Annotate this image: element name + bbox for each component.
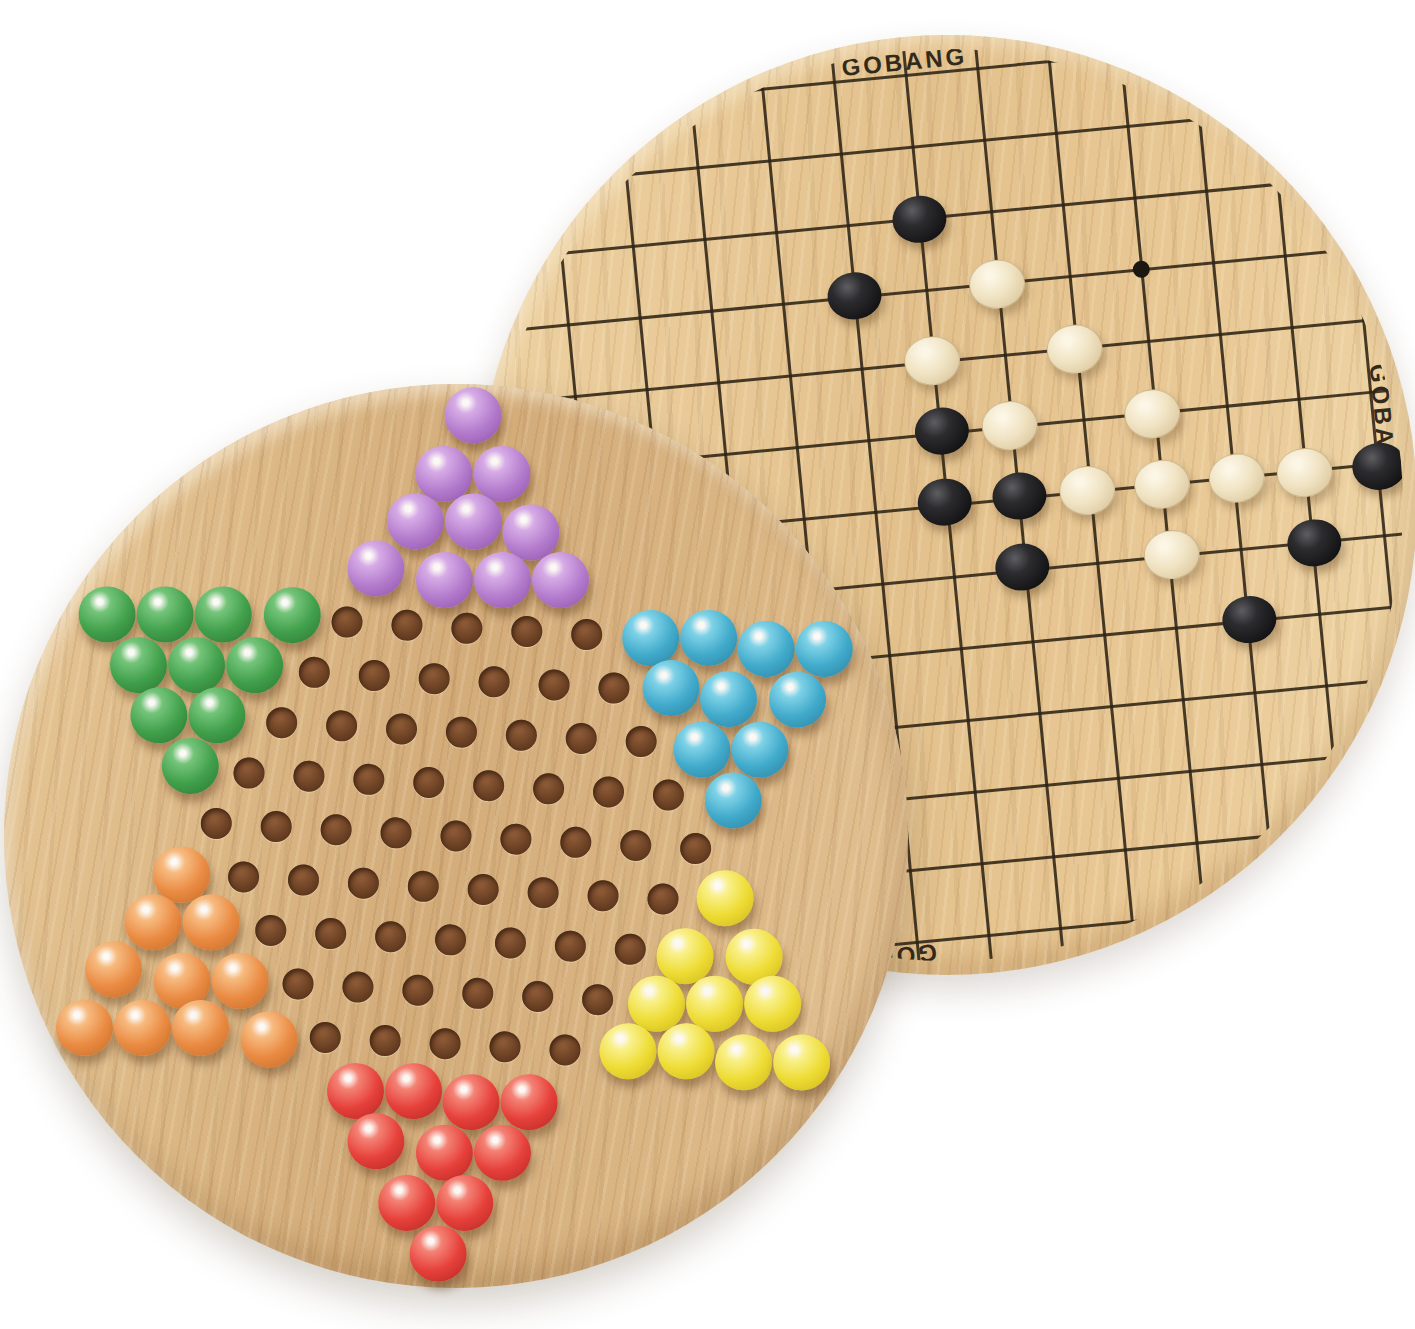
empty-hole[interactable] bbox=[587, 879, 620, 912]
peg-purple[interactable] bbox=[443, 386, 503, 445]
empty-hole[interactable] bbox=[445, 716, 478, 749]
empty-hole[interactable] bbox=[200, 807, 233, 840]
empty-hole[interactable] bbox=[511, 615, 544, 648]
empty-hole[interactable] bbox=[478, 665, 511, 698]
empty-hole[interactable] bbox=[298, 656, 331, 689]
peg-red[interactable] bbox=[408, 1224, 468, 1283]
peg-red[interactable] bbox=[435, 1174, 495, 1233]
peg-blue[interactable] bbox=[736, 620, 796, 679]
peg-red[interactable] bbox=[441, 1073, 501, 1132]
peg-blue[interactable] bbox=[699, 670, 759, 729]
peg-orange[interactable] bbox=[239, 1010, 299, 1069]
empty-hole[interactable] bbox=[380, 817, 413, 850]
peg-yellow[interactable] bbox=[695, 869, 755, 928]
empty-hole[interactable] bbox=[451, 612, 484, 645]
peg-purple[interactable] bbox=[414, 551, 474, 610]
empty-hole[interactable] bbox=[560, 826, 593, 859]
white-stone[interactable] bbox=[1207, 451, 1267, 505]
peg-yellow[interactable] bbox=[714, 1033, 774, 1092]
empty-hole[interactable] bbox=[314, 917, 347, 950]
black-stone[interactable] bbox=[890, 193, 948, 245]
empty-hole[interactable] bbox=[429, 1027, 462, 1060]
empty-hole[interactable] bbox=[293, 760, 326, 793]
peg-green[interactable] bbox=[262, 586, 322, 645]
empty-hole[interactable] bbox=[418, 662, 451, 695]
empty-hole[interactable] bbox=[679, 832, 712, 865]
peg-blue[interactable] bbox=[794, 620, 854, 679]
empty-hole[interactable] bbox=[353, 763, 386, 796]
peg-blue[interactable] bbox=[621, 608, 681, 667]
empty-hole[interactable] bbox=[309, 1021, 342, 1054]
peg-yellow[interactable] bbox=[772, 1033, 832, 1092]
empty-hole[interactable] bbox=[538, 669, 571, 702]
peg-red[interactable] bbox=[384, 1062, 444, 1121]
empty-hole[interactable] bbox=[331, 606, 364, 639]
empty-hole[interactable] bbox=[369, 1024, 402, 1057]
peg-blue[interactable] bbox=[679, 609, 739, 668]
white-stone[interactable] bbox=[979, 399, 1039, 453]
peg-orange[interactable] bbox=[181, 893, 241, 952]
empty-hole[interactable] bbox=[462, 977, 495, 1010]
peg-blue[interactable] bbox=[641, 659, 701, 718]
peg-orange[interactable] bbox=[84, 940, 144, 999]
peg-orange[interactable] bbox=[171, 998, 231, 1057]
white-stone[interactable] bbox=[1142, 528, 1202, 582]
peg-yellow[interactable] bbox=[743, 974, 803, 1033]
peg-green[interactable] bbox=[129, 686, 189, 745]
peg-green[interactable] bbox=[160, 737, 220, 796]
peg-orange[interactable] bbox=[113, 998, 173, 1057]
peg-red[interactable] bbox=[473, 1123, 533, 1182]
chinese-checkers-board bbox=[4, 384, 908, 1288]
empty-hole[interactable] bbox=[325, 710, 358, 743]
empty-hole[interactable] bbox=[500, 823, 533, 856]
empty-hole[interactable] bbox=[494, 927, 527, 960]
white-stone[interactable] bbox=[1274, 446, 1334, 500]
empty-hole[interactable] bbox=[472, 769, 505, 802]
peg-green[interactable] bbox=[225, 636, 285, 695]
empty-hole[interactable] bbox=[282, 968, 315, 1001]
empty-hole[interactable] bbox=[265, 706, 298, 739]
empty-hole[interactable] bbox=[434, 924, 467, 957]
empty-hole[interactable] bbox=[647, 883, 680, 916]
peg-orange[interactable] bbox=[55, 998, 115, 1057]
empty-hole[interactable] bbox=[412, 766, 445, 799]
empty-hole[interactable] bbox=[391, 609, 424, 642]
white-stone[interactable] bbox=[967, 257, 1027, 311]
empty-hole[interactable] bbox=[581, 983, 614, 1016]
empty-hole[interactable] bbox=[652, 779, 685, 812]
peg-red[interactable] bbox=[414, 1123, 474, 1182]
peg-green[interactable] bbox=[187, 686, 247, 745]
empty-hole[interactable] bbox=[489, 1031, 522, 1064]
peg-blue[interactable] bbox=[672, 720, 732, 779]
empty-hole[interactable] bbox=[527, 876, 560, 909]
black-stone[interactable] bbox=[993, 541, 1051, 593]
empty-hole[interactable] bbox=[532, 772, 565, 805]
empty-hole[interactable] bbox=[358, 659, 391, 692]
peg-green[interactable] bbox=[193, 585, 253, 644]
star-point bbox=[1132, 260, 1151, 279]
empty-hole[interactable] bbox=[467, 873, 500, 906]
white-stone[interactable] bbox=[1044, 322, 1104, 376]
peg-orange[interactable] bbox=[210, 951, 270, 1010]
black-stone[interactable] bbox=[916, 476, 974, 528]
white-stone[interactable] bbox=[1132, 457, 1192, 511]
empty-hole[interactable] bbox=[320, 813, 353, 846]
empty-hole[interactable] bbox=[619, 829, 652, 862]
empty-hole[interactable] bbox=[554, 930, 587, 963]
peg-red[interactable] bbox=[377, 1173, 437, 1232]
empty-hole[interactable] bbox=[233, 757, 266, 790]
peg-purple[interactable] bbox=[531, 551, 591, 610]
white-stone[interactable] bbox=[902, 334, 962, 388]
black-stone[interactable] bbox=[1220, 594, 1278, 646]
peg-red[interactable] bbox=[326, 1062, 386, 1121]
empty-hole[interactable] bbox=[402, 974, 435, 1007]
empty-hole[interactable] bbox=[625, 725, 658, 758]
empty-hole[interactable] bbox=[374, 920, 407, 953]
peg-green[interactable] bbox=[109, 636, 169, 695]
empty-hole[interactable] bbox=[407, 870, 440, 903]
empty-hole[interactable] bbox=[565, 722, 598, 755]
empty-hole[interactable] bbox=[521, 980, 554, 1013]
empty-hole[interactable] bbox=[347, 867, 380, 900]
empty-hole[interactable] bbox=[255, 914, 288, 947]
peg-red[interactable] bbox=[499, 1073, 559, 1132]
empty-hole[interactable] bbox=[260, 810, 293, 843]
peg-blue[interactable] bbox=[768, 670, 828, 729]
peg-green[interactable] bbox=[77, 585, 137, 644]
empty-hole[interactable] bbox=[598, 672, 631, 705]
peg-green[interactable] bbox=[135, 585, 195, 644]
peg-blue[interactable] bbox=[730, 720, 790, 779]
black-stone[interactable] bbox=[913, 405, 971, 457]
empty-hole[interactable] bbox=[549, 1034, 582, 1067]
peg-green[interactable] bbox=[167, 636, 227, 695]
empty-hole[interactable] bbox=[505, 719, 538, 752]
empty-hole[interactable] bbox=[287, 864, 320, 897]
empty-hole[interactable] bbox=[614, 933, 647, 966]
empty-hole[interactable] bbox=[385, 713, 418, 746]
peg-blue[interactable] bbox=[703, 771, 763, 830]
empty-hole[interactable] bbox=[227, 861, 260, 894]
peg-red[interactable] bbox=[346, 1112, 406, 1171]
product-photo-scene: GOBANG GOBANG GOBANG GOBANG bbox=[0, 0, 1415, 1329]
empty-hole[interactable] bbox=[440, 820, 473, 853]
black-stone[interactable] bbox=[1285, 517, 1343, 569]
empty-hole[interactable] bbox=[570, 618, 603, 651]
black-stone[interactable] bbox=[825, 270, 883, 322]
white-stone[interactable] bbox=[1122, 387, 1182, 441]
empty-hole[interactable] bbox=[342, 971, 375, 1004]
peg-purple[interactable] bbox=[346, 539, 406, 598]
white-stone[interactable] bbox=[1057, 463, 1117, 517]
black-stone[interactable] bbox=[990, 470, 1048, 522]
empty-hole[interactable] bbox=[592, 776, 625, 809]
